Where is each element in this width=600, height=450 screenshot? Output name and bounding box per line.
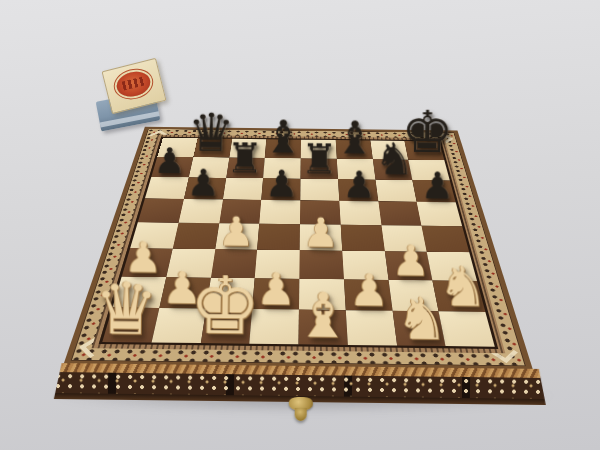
square-a1[interactable]: ♛ — [102, 307, 159, 342]
square-b6[interactable]: ♟ — [184, 177, 226, 199]
piece-black-rook-e7[interactable]: ♜ — [301, 139, 338, 181]
square-e7[interactable]: ♜ — [301, 158, 338, 179]
square-h5[interactable] — [417, 202, 462, 226]
square-b5[interactable] — [178, 199, 222, 223]
inner-mosaic-band: ♛♝♝♚♟♜♜♞♟♟♟♟♟♟♟♟♟♟♟♞♛♚♝♞ — [92, 135, 506, 354]
square-e3[interactable] — [299, 250, 343, 279]
square-c1[interactable]: ♚ — [200, 309, 252, 344]
square-d4[interactable] — [257, 224, 300, 250]
square-g7[interactable]: ♞ — [373, 159, 413, 180]
piece-black-bishop-f8[interactable]: ♝ — [334, 115, 375, 161]
square-f4[interactable] — [341, 225, 385, 251]
square-g3[interactable]: ♟ — [384, 251, 432, 280]
square-e1[interactable]: ♝ — [299, 310, 348, 345]
square-a6[interactable] — [145, 177, 189, 199]
square-e6[interactable] — [300, 179, 339, 201]
board-top-surface: ♛♝♝♚♟♜♜♞♟♟♟♟♟♟♟♟♟♟♟♞♛♚♝♞ — [63, 127, 533, 371]
piece-white-queen-a1[interactable]: ♛ — [94, 272, 159, 345]
square-f1[interactable] — [346, 310, 397, 345]
square-f6[interactable]: ♟ — [338, 179, 378, 201]
chess-board-grid: ♛♝♝♚♟♜♜♞♟♟♟♟♟♟♟♟♟♟♟♞♛♚♝♞ — [102, 138, 495, 347]
square-g5[interactable] — [378, 201, 422, 225]
square-g6[interactable] — [375, 179, 417, 201]
square-f8[interactable]: ♝ — [336, 140, 373, 159]
piece-black-pawn-b6[interactable]: ♟ — [186, 164, 219, 201]
square-d8[interactable]: ♝ — [265, 139, 301, 158]
brass-clasp[interactable] — [285, 397, 317, 423]
square-c6[interactable] — [223, 178, 264, 200]
piece-white-knight-g1[interactable]: ♞ — [395, 289, 448, 348]
piece-white-king-c1[interactable]: ♚ — [189, 266, 261, 346]
square-d5[interactable] — [259, 200, 300, 224]
square-e4[interactable]: ♟ — [300, 224, 342, 250]
square-d6[interactable]: ♟ — [261, 178, 300, 200]
square-f5[interactable] — [339, 201, 381, 225]
piece-white-pawn-e4[interactable]: ♟ — [303, 212, 340, 253]
piece-white-bishop-e1[interactable]: ♝ — [295, 284, 351, 347]
square-b4[interactable] — [173, 223, 219, 249]
clasp-tongue — [295, 408, 307, 421]
piece-black-bishop-d8[interactable]: ♝ — [263, 114, 304, 160]
piece-black-pawn-h6[interactable]: ♟ — [420, 166, 453, 203]
square-h6[interactable]: ♟ — [412, 180, 455, 202]
piece-black-pawn-a7[interactable]: ♟ — [154, 143, 186, 179]
square-g1[interactable]: ♞ — [392, 311, 446, 346]
square-c4[interactable]: ♟ — [215, 223, 260, 249]
piece-black-knight-g7[interactable]: ♞ — [374, 136, 414, 181]
piece-white-pawn-f2[interactable]: ♟ — [349, 268, 389, 313]
chess-box: ♛♝♝♚♟♜♜♞♟♟♟♟♟♟♟♟♟♟♟♞♛♚♝♞ — [0, 0, 600, 450]
piece-white-pawn-g3[interactable]: ♟ — [392, 239, 430, 282]
board-frame: ♛♝♝♚♟♜♜♞♟♟♟♟♟♟♟♟♟♟♟♞♛♚♝♞ — [99, 137, 499, 349]
photo-stage: ♛♝♝♚♟♜♜♞♟♟♟♟♟♟♟♟♟♟♟♞♛♚♝♞ — [0, 0, 600, 450]
piece-black-pawn-d6[interactable]: ♟ — [264, 164, 297, 201]
square-a5[interactable] — [138, 199, 184, 223]
piece-black-rook-c7[interactable]: ♜ — [226, 138, 263, 180]
piece-white-pawn-c4[interactable]: ♟ — [218, 211, 255, 252]
square-c7[interactable]: ♜ — [226, 157, 265, 178]
piece-black-pawn-f6[interactable]: ♟ — [342, 165, 375, 202]
